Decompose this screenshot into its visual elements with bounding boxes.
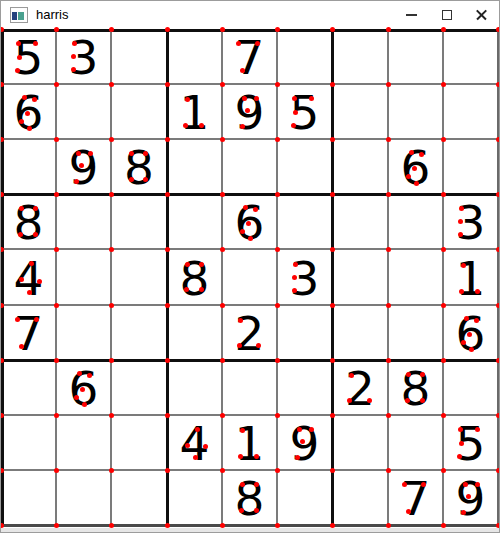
corner-marker-dot bbox=[74, 395, 79, 400]
corner-marker-dot bbox=[54, 27, 59, 32]
corner-marker-dot bbox=[183, 123, 188, 128]
corner-marker-dot bbox=[330, 192, 335, 197]
corner-marker-dot bbox=[0, 358, 4, 363]
corner-marker-dot bbox=[414, 181, 419, 186]
corner-marker-dot bbox=[386, 523, 391, 528]
h-grid-line-0-major bbox=[1, 29, 500, 32]
corner-marker-dot bbox=[496, 247, 500, 252]
corner-marker-dot bbox=[459, 441, 464, 446]
cell-r5c6: 3 bbox=[277, 249, 332, 305]
corner-marker-dot bbox=[165, 27, 170, 32]
cell-r3c7 bbox=[332, 139, 388, 194]
corner-marker-dot bbox=[239, 508, 244, 513]
corner-marker-dot bbox=[165, 413, 170, 418]
cell-r3c3: 8 bbox=[111, 139, 167, 194]
cell-r1c2: 3 bbox=[56, 29, 111, 84]
corner-marker-dot bbox=[87, 373, 92, 378]
opencv-window: harris 537619598686348317266284195879 bbox=[0, 0, 500, 533]
window-title: harris bbox=[36, 1, 69, 29]
corner-marker-dot bbox=[220, 247, 225, 252]
cell-r3c5 bbox=[222, 139, 277, 194]
corner-marker-dot bbox=[386, 27, 391, 32]
corner-marker-dot bbox=[32, 97, 37, 102]
corner-marker-dot bbox=[458, 427, 463, 432]
corner-marker-dot bbox=[420, 398, 425, 403]
corner-marker-dot bbox=[54, 247, 59, 252]
corner-marker-dot bbox=[109, 358, 114, 363]
corner-marker-dot bbox=[254, 482, 259, 487]
cell-r2c8 bbox=[388, 84, 443, 139]
corner-marker-dot bbox=[165, 192, 170, 197]
corner-marker-dot bbox=[71, 67, 76, 72]
cell-r3c4 bbox=[167, 139, 222, 194]
corner-marker-dot bbox=[420, 372, 425, 377]
cell-r8c7 bbox=[332, 415, 388, 470]
corner-marker-dot bbox=[275, 303, 280, 308]
corner-marker-dot bbox=[330, 413, 335, 418]
cell-r2c4: 1 bbox=[167, 84, 222, 139]
corner-marker-dot bbox=[165, 523, 170, 528]
corner-marker-dot bbox=[275, 358, 280, 363]
corner-marker-dot bbox=[220, 523, 225, 528]
corner-marker-dot bbox=[220, 27, 225, 32]
cell-r4c1: 8 bbox=[1, 194, 56, 249]
corner-marker-dot bbox=[0, 247, 4, 252]
cell-r1c9 bbox=[443, 29, 498, 84]
cell-r7c5 bbox=[222, 360, 277, 415]
h-grid-line-1-minor bbox=[1, 83, 500, 85]
cell-r8c2 bbox=[56, 415, 111, 470]
corner-marker-dot bbox=[0, 413, 4, 418]
corner-marker-dot bbox=[330, 137, 335, 142]
cell-r3c9 bbox=[443, 139, 498, 194]
corner-marker-dot bbox=[275, 192, 280, 197]
cell-r6c3 bbox=[111, 305, 167, 360]
minimize-icon bbox=[406, 14, 417, 16]
sudoku-board: 537619598686348317266284195879 bbox=[1, 29, 500, 528]
cell-r7c3 bbox=[111, 360, 167, 415]
corner-marker-dot bbox=[237, 343, 242, 348]
cell-r9c7 bbox=[332, 470, 388, 525]
cell-r6c5: 2 bbox=[222, 305, 277, 360]
corner-marker-dot bbox=[475, 427, 480, 432]
cell-r2c9 bbox=[443, 84, 498, 139]
corner-marker-dot bbox=[18, 232, 23, 237]
corner-marker-dot bbox=[220, 413, 225, 418]
corner-marker-dot bbox=[185, 262, 190, 267]
corner-marker-dot bbox=[54, 192, 59, 197]
corner-marker-dot bbox=[458, 219, 463, 224]
corner-marker-dot bbox=[238, 454, 243, 459]
corner-marker-dot bbox=[405, 398, 410, 403]
cell-r8c1 bbox=[1, 415, 56, 470]
cell-r7c6 bbox=[277, 360, 332, 415]
h-grid-line-2-minor bbox=[1, 138, 500, 140]
corner-marker-dot bbox=[71, 54, 76, 59]
corner-marker-dot bbox=[165, 468, 170, 473]
v-grid-line-9-major bbox=[497, 29, 499, 525]
cell-r4c9: 3 bbox=[443, 194, 498, 249]
corner-marker-dot bbox=[463, 482, 468, 487]
cell-r2c3 bbox=[111, 84, 167, 139]
v-grid-line-7-minor bbox=[387, 29, 389, 525]
cell-r8c9: 5 bbox=[443, 415, 498, 470]
h-grid-line-9-major bbox=[1, 524, 500, 527]
corner-marker-dot bbox=[0, 523, 4, 528]
corner-marker-dot bbox=[406, 174, 411, 179]
cell-r1c8 bbox=[388, 29, 443, 84]
cell-r4c6 bbox=[277, 194, 332, 249]
cell-r2c2 bbox=[56, 84, 111, 139]
corner-marker-dot bbox=[441, 413, 446, 418]
corner-marker-dot bbox=[109, 523, 114, 528]
cell-r8c5: 1 bbox=[222, 415, 277, 470]
cell-r5c8 bbox=[388, 249, 443, 305]
corner-marker-dot bbox=[275, 137, 280, 142]
corner-marker-dot bbox=[109, 468, 114, 473]
cell-r9c4 bbox=[167, 470, 222, 525]
corner-marker-dot bbox=[441, 468, 446, 473]
corner-marker-dot bbox=[0, 468, 4, 473]
cell-r9c8: 7 bbox=[388, 470, 443, 525]
cell-r5c1: 4 bbox=[1, 249, 56, 305]
window-titlebar[interactable]: harris bbox=[1, 1, 499, 29]
cell-r8c8 bbox=[388, 415, 443, 470]
cell-r9c1 bbox=[1, 470, 56, 525]
cell-r5c2 bbox=[56, 249, 111, 305]
corner-marker-dot bbox=[330, 303, 335, 308]
maximize-button[interactable] bbox=[429, 1, 464, 29]
corner-marker-dot bbox=[54, 358, 59, 363]
corner-marker-dot bbox=[386, 192, 391, 197]
corner-marker-dot bbox=[248, 236, 253, 241]
corner-marker-dot bbox=[474, 318, 479, 323]
corner-marker-dot bbox=[386, 358, 391, 363]
corner-marker-dot bbox=[0, 137, 4, 142]
v-grid-line-6-major bbox=[331, 29, 334, 525]
h-grid-line-3-major bbox=[1, 193, 500, 196]
cell-r5c9: 1 bbox=[443, 249, 498, 305]
corner-marker-dot bbox=[441, 82, 446, 87]
cell-r8c3 bbox=[111, 415, 167, 470]
corner-marker-dot bbox=[37, 279, 42, 284]
corner-marker-dot bbox=[129, 177, 134, 182]
corner-marker-dot bbox=[386, 137, 391, 142]
corner-marker-dot bbox=[220, 468, 225, 473]
corner-marker-dot bbox=[220, 137, 225, 142]
corner-marker-dot bbox=[109, 413, 114, 418]
corner-marker-dot bbox=[109, 303, 114, 308]
corner-marker-dot bbox=[54, 413, 59, 418]
corner-marker-dot bbox=[461, 263, 466, 268]
corner-marker-dot bbox=[419, 152, 424, 157]
cell-r5c7 bbox=[332, 249, 388, 305]
corner-marker-dot bbox=[309, 96, 314, 101]
corner-marker-dot bbox=[386, 413, 391, 418]
v-grid-line-4-minor bbox=[221, 29, 223, 525]
close-icon bbox=[475, 9, 488, 22]
cell-r5c3 bbox=[111, 249, 167, 305]
corner-marker-dot bbox=[496, 27, 500, 32]
corner-marker-dot bbox=[461, 340, 466, 345]
window-bottom-strip bbox=[1, 528, 499, 533]
corner-marker-dot bbox=[16, 41, 21, 46]
cell-r1c4 bbox=[167, 29, 222, 84]
corner-marker-dot bbox=[496, 137, 500, 142]
cell-r2c6: 5 bbox=[277, 84, 332, 139]
corner-marker-dot bbox=[347, 398, 352, 403]
cell-r1c6 bbox=[277, 29, 332, 84]
corner-marker-dot bbox=[109, 192, 114, 197]
corner-marker-dot bbox=[275, 413, 280, 418]
corner-marker-dot bbox=[496, 468, 500, 473]
cell-r9c3 bbox=[111, 470, 167, 525]
cell-r2c7 bbox=[332, 84, 388, 139]
cell-r6c4 bbox=[167, 305, 222, 360]
corner-marker-dot bbox=[330, 523, 335, 528]
cell-r1c3 bbox=[111, 29, 167, 84]
corner-marker-dot bbox=[0, 27, 4, 32]
corner-marker-dot bbox=[220, 82, 225, 87]
corner-marker-dot bbox=[292, 288, 297, 293]
corner-marker-dot bbox=[275, 468, 280, 473]
corner-marker-dot bbox=[143, 177, 148, 182]
cell-r4c7 bbox=[332, 194, 388, 249]
cell-r4c3 bbox=[111, 194, 167, 249]
cell-r9c6 bbox=[277, 470, 332, 525]
corner-marker-dot bbox=[109, 82, 114, 87]
cell-r8c4: 4 bbox=[167, 415, 222, 470]
corner-marker-dot bbox=[0, 82, 4, 87]
corner-marker-dot bbox=[293, 262, 298, 267]
corner-marker-dot bbox=[17, 55, 22, 60]
corner-marker-dot bbox=[293, 110, 298, 115]
cell-r9c5: 8 bbox=[222, 470, 277, 525]
corner-marker-dot bbox=[475, 289, 480, 294]
window-icon-left-pane bbox=[12, 12, 17, 20]
corner-marker-dot bbox=[292, 96, 297, 101]
corner-marker-dot bbox=[253, 207, 258, 212]
corner-marker-dot bbox=[242, 96, 247, 101]
corner-marker-dot bbox=[458, 232, 463, 237]
corner-marker-dot bbox=[199, 262, 204, 267]
corner-marker-dot bbox=[330, 27, 335, 32]
corner-marker-dot bbox=[76, 151, 81, 156]
corner-marker-dot bbox=[496, 413, 500, 418]
corner-marker-dot bbox=[54, 82, 59, 87]
h-grid-line-4-minor bbox=[1, 248, 500, 250]
corner-marker-dot bbox=[240, 229, 245, 234]
v-grid-line-2-minor bbox=[110, 29, 112, 525]
corner-marker-dot bbox=[19, 119, 24, 124]
corner-marker-dot bbox=[33, 232, 38, 237]
corner-marker-dot bbox=[496, 523, 500, 528]
cell-r5c4: 8 bbox=[167, 249, 222, 305]
corner-marker-dot bbox=[33, 206, 38, 211]
corner-marker-dot bbox=[330, 247, 335, 252]
corner-marker-dot bbox=[496, 192, 500, 197]
v-grid-line-1-minor bbox=[55, 29, 57, 525]
corner-marker-dot bbox=[441, 27, 446, 32]
corner-marker-dot bbox=[275, 27, 280, 32]
cell-r7c9 bbox=[443, 360, 498, 415]
h-grid-line-5-minor bbox=[1, 304, 500, 306]
cell-r7c7: 2 bbox=[332, 360, 388, 415]
corner-marker-dot bbox=[386, 303, 391, 308]
corner-marker-dot bbox=[0, 303, 4, 308]
close-button[interactable] bbox=[464, 1, 499, 29]
corner-marker-dot bbox=[330, 82, 335, 87]
corner-marker-dot bbox=[109, 247, 114, 252]
corner-marker-dot bbox=[386, 247, 391, 252]
corner-marker-dot bbox=[441, 303, 446, 308]
corner-marker-dot bbox=[459, 289, 464, 294]
cell-r3c6 bbox=[277, 139, 332, 194]
cell-r1c1: 5 bbox=[1, 29, 56, 84]
cell-r6c6 bbox=[277, 305, 332, 360]
corner-marker-dot bbox=[275, 523, 280, 528]
h-grid-line-8-minor bbox=[1, 469, 500, 471]
minimize-button[interactable] bbox=[394, 1, 429, 29]
corner-marker-dot bbox=[386, 82, 391, 87]
cell-r5c5 bbox=[222, 249, 277, 305]
corner-marker-dot bbox=[165, 82, 170, 87]
corner-marker-dot bbox=[220, 192, 225, 197]
cell-r3c1 bbox=[1, 139, 56, 194]
cell-r9c2 bbox=[56, 470, 111, 525]
corner-marker-dot bbox=[165, 137, 170, 142]
window-icon bbox=[10, 7, 28, 23]
corner-marker-dot bbox=[109, 137, 114, 142]
cell-r4c8 bbox=[388, 194, 443, 249]
corner-marker-dot bbox=[297, 427, 302, 432]
cell-r4c2 bbox=[56, 194, 111, 249]
cell-r7c8: 8 bbox=[388, 360, 443, 415]
window-icon-top-band bbox=[12, 9, 24, 11]
corner-marker-dot bbox=[441, 137, 446, 142]
corner-marker-dot bbox=[82, 402, 87, 407]
corner-marker-dot bbox=[441, 247, 446, 252]
corner-marker-dot bbox=[254, 508, 259, 513]
v-grid-line-8-minor bbox=[442, 29, 444, 525]
v-grid-line-0-major bbox=[1, 29, 4, 525]
corner-marker-dot bbox=[441, 192, 446, 197]
corner-marker-dot bbox=[54, 303, 59, 308]
corner-marker-dot bbox=[441, 523, 446, 528]
corner-marker-dot bbox=[199, 123, 204, 128]
h-grid-line-6-major bbox=[1, 359, 500, 362]
corner-marker-dot bbox=[275, 82, 280, 87]
window-controls bbox=[394, 1, 499, 29]
corner-marker-dot bbox=[441, 358, 446, 363]
window-icon-right-pane bbox=[18, 12, 24, 20]
h-grid-line-7-minor bbox=[1, 414, 500, 416]
maximize-icon bbox=[442, 10, 452, 20]
cell-r7c1 bbox=[1, 360, 56, 415]
corner-marker-dot bbox=[496, 358, 500, 363]
corner-marker-dot bbox=[54, 137, 59, 142]
cell-r1c5: 7 bbox=[222, 29, 277, 84]
corner-marker-dot bbox=[469, 347, 474, 352]
cell-r6c8 bbox=[388, 305, 443, 360]
cell-r1c7 bbox=[332, 29, 388, 84]
corner-marker-dot bbox=[292, 275, 297, 280]
cell-r7c4 bbox=[167, 360, 222, 415]
corner-marker-dot bbox=[54, 523, 59, 528]
corner-marker-dot bbox=[220, 358, 225, 363]
corner-marker-dot bbox=[386, 468, 391, 473]
corner-marker-dot bbox=[165, 303, 170, 308]
corner-marker-dot bbox=[254, 454, 259, 459]
corner-marker-dot bbox=[367, 398, 372, 403]
v-grid-line-3-major bbox=[166, 29, 169, 525]
cell-r6c7 bbox=[332, 305, 388, 360]
corner-marker-dot bbox=[109, 27, 114, 32]
corner-marker-dot bbox=[275, 247, 280, 252]
cell-r6c1: 7 bbox=[1, 305, 56, 360]
corner-marker-dot bbox=[0, 192, 4, 197]
corner-marker-dot bbox=[33, 41, 38, 46]
corner-marker-dot bbox=[496, 303, 500, 308]
corner-marker-dot bbox=[496, 82, 500, 87]
corner-marker-dot bbox=[330, 468, 335, 473]
v-grid-line-5-minor bbox=[276, 29, 278, 525]
corner-marker-dot bbox=[27, 126, 32, 131]
cell-r6c2 bbox=[56, 305, 111, 360]
cell-r4c4 bbox=[167, 194, 222, 249]
corner-marker-dot bbox=[220, 303, 225, 308]
corner-marker-dot bbox=[165, 247, 170, 252]
corner-marker-dot bbox=[54, 468, 59, 473]
corner-marker-dot bbox=[330, 358, 335, 363]
corner-marker-dot bbox=[165, 358, 170, 363]
corner-marker-dot bbox=[185, 443, 190, 448]
